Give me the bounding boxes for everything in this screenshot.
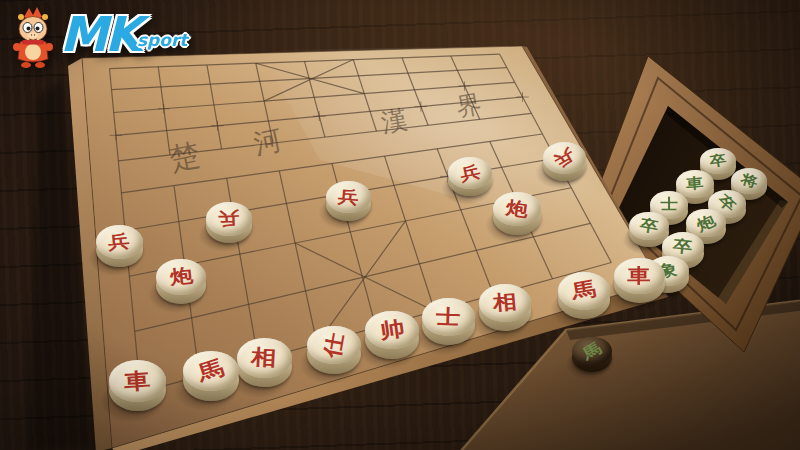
piece-character: 兵 [337,188,359,207]
mksport-logo[interactable]: MK sport [6,6,187,70]
piece-red-advisor[interactable]: 仕 [307,326,361,377]
piece-character: 馬 [195,357,226,385]
piece-character: 相 [492,292,518,314]
logo-sport: sport [137,30,187,50]
scene: 楚河漢界 卒将車士卒炮卒卒象馬車馬相仕帅士相馬車炮炮兵兵兵兵兵 MK [0,0,800,450]
piece-face: 馬 [572,337,612,366]
piece-character: 兵 [107,232,130,252]
piece-character: 兵 [218,210,240,228]
piece-character: 仕 [322,331,346,359]
dragon-mascot-icon [6,6,60,70]
piece-red-soldier[interactable]: 兵 [448,157,492,199]
piece-red-soldier[interactable]: 兵 [96,225,143,270]
piece-character: 炮 [505,198,529,219]
piece-red-general[interactable]: 帅 [365,311,419,362]
piece-face: 馬 [183,351,239,391]
piece-character: 士 [435,307,460,328]
piece-red-soldier[interactable]: 兵 [543,142,586,183]
piece-red-soldier[interactable]: 兵 [206,202,252,246]
piece-character: 卒 [639,217,660,235]
piece-character: 帅 [378,318,405,342]
piece-character: 炮 [169,266,194,287]
piece-face: 兵 [96,225,143,259]
piece-red-advisor[interactable]: 士 [422,298,475,348]
piece-face: 士 [422,298,475,336]
logo-text: MK sport [60,6,187,62]
piece-character: 馬 [571,279,598,302]
piece-character: 馬 [580,340,603,362]
piece-face: 帅 [365,311,419,350]
piece-red-horse[interactable]: 馬 [558,272,610,321]
piece-character: 兵 [551,146,576,170]
piece-black-horse[interactable]: 馬 [572,337,612,375]
piece-character: 炮 [694,212,717,233]
piece-character: 車 [686,176,704,192]
piece-character: 兵 [458,163,481,183]
piece-red-chariot[interactable]: 車 [614,258,665,306]
piece-character: 車 [123,369,151,392]
piece-face: 相 [479,284,531,322]
piece-face: 車 [109,360,166,401]
piece-character: 車 [627,266,650,285]
piece-red-cannon[interactable]: 炮 [156,259,206,307]
piece-face: 兵 [206,202,252,235]
piece-character: 将 [739,172,759,190]
piece-character: 卒 [709,153,727,169]
piece-red-elephant[interactable]: 相 [479,284,531,333]
piece-face: 炮 [493,192,541,227]
piece-face: 炮 [156,259,206,295]
piece-character: 卒 [673,238,694,256]
piece-character: 相 [251,347,277,369]
logo-mk: MK [60,6,139,62]
piece-red-chariot[interactable]: 車 [109,360,166,414]
piece-face: 兵 [543,142,586,173]
piece-face: 車 [614,258,665,295]
piece-face: 馬 [558,272,610,310]
piece-character: 士 [660,198,677,212]
piece-face: 兵 [448,157,492,189]
piece-red-horse[interactable]: 馬 [183,351,239,404]
piece-red-elephant[interactable]: 相 [237,338,292,390]
piece-face: 兵 [326,181,371,213]
piece-face: 仕 [307,326,361,365]
piece-red-cannon[interactable]: 炮 [493,192,541,238]
piece-red-soldier[interactable]: 兵 [326,181,371,224]
piece-face: 相 [237,338,292,378]
